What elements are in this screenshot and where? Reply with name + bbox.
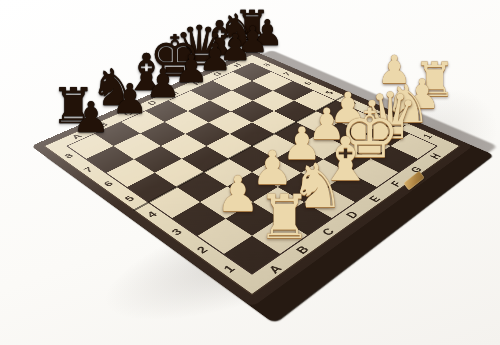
piece-black-knight-g8: ♞ — [217, 9, 257, 54]
piece-black-bishop-f8: ♝ — [198, 15, 241, 63]
piece-black-pawn-h7: ♟ — [251, 15, 283, 51]
piece-black-rook-h8: ♜ — [233, 5, 270, 47]
photo-scene: ABCDEFGH ABCDEFGH 12345678 12345678 ♜♟♞♟… — [0, 0, 500, 345]
